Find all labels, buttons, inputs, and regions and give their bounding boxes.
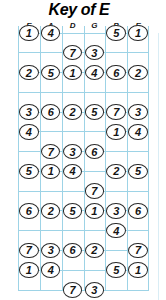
note-circle-degree-1: 1: [85, 203, 105, 219]
note-circle-degree-6: 6: [41, 104, 61, 120]
fret-cell-r8-c5: [127, 181, 149, 201]
note-circle-degree-2: 2: [106, 164, 126, 180]
fret-cell-r6-c2: 3: [62, 142, 84, 162]
fret-cell-r2-c2: 1: [62, 63, 84, 83]
note-circle-degree-5: 5: [41, 65, 61, 81]
note-circle-degree-3: 3: [63, 144, 83, 160]
fret-cell-r1-c2: 7: [62, 43, 84, 63]
fret-cell-r3-c2: [62, 82, 84, 102]
fret-cell-r4-c3: 5: [84, 102, 106, 122]
note-circle-degree-5: 5: [19, 164, 39, 180]
fret-cell-r9-c0: 6: [18, 201, 40, 221]
fret-cell-r11-c2: 6: [62, 241, 84, 261]
note-circle-degree-7: 7: [128, 243, 148, 259]
fret-cell-r7-c5: 5: [127, 161, 149, 181]
note-circle-degree-7: 7: [41, 144, 61, 160]
fret-cell-r11-c0: 7: [18, 241, 40, 261]
fret-cell-r9-c1: 2: [40, 201, 62, 221]
note-circle-degree-5: 5: [85, 104, 105, 120]
note-circle-degree-2: 2: [41, 203, 61, 219]
fret-cell-r12-c5: 1: [127, 260, 149, 280]
note-circle-degree-7: 7: [106, 104, 126, 120]
fret-cell-r10-c5: [127, 221, 149, 241]
fret-cell-r7-c4: 2: [105, 161, 127, 181]
fret-cell-r0-c5: 1: [127, 23, 149, 43]
fret-cell-r0-c3: [84, 23, 106, 43]
fret-cell-r12-c0: 1: [18, 260, 40, 280]
note-circle-degree-5: 5: [106, 25, 126, 41]
fret-cell-r0-c4: 5: [105, 23, 127, 43]
fret-cell-r2-c1: 5: [40, 63, 62, 83]
fret-cell-r13-c2: 7: [62, 280, 84, 300]
note-circle-degree-1: 1: [63, 65, 83, 81]
fret-cell-r10-c3: [84, 221, 106, 241]
fret-cell-r0-c1: 4: [40, 23, 62, 43]
note-circle-degree-3: 3: [106, 203, 126, 219]
note-circle-degree-1: 1: [128, 262, 148, 278]
fret-cell-r10-c0: [18, 221, 40, 241]
fret-cell-r1-c1: [40, 43, 62, 63]
fret-cell-r2-c4: 6: [105, 63, 127, 83]
fret-cell-r4-c0: 3: [18, 102, 40, 122]
fret-cell-r3-c4: [105, 82, 127, 102]
fret-cell-r11-c1: 3: [40, 241, 62, 261]
fret-cell-r11-c3: 2: [84, 241, 106, 261]
note-circle-degree-7: 7: [85, 183, 105, 199]
fret-cell-r11-c5: 7: [127, 241, 149, 261]
fret-cell-r11-c4: [105, 241, 127, 261]
note-circle-degree-1: 1: [41, 164, 61, 180]
note-circle-degree-4: 4: [85, 65, 105, 81]
fret-cell-r12-c3: [84, 260, 106, 280]
fret-cell-r9-c2: 5: [62, 201, 84, 221]
fret-cell-r5-c0: 4: [18, 122, 40, 142]
fret-cell-r7-c0: 5: [18, 161, 40, 181]
fret-cell-r6-c5: [127, 142, 149, 162]
fret-cell-r7-c2: 4: [62, 161, 84, 181]
fret-cell-r10-c4: 4: [105, 221, 127, 241]
fret-cell-r13-c0: [18, 280, 40, 300]
note-circle-degree-6: 6: [85, 144, 105, 160]
fret-cell-r13-c3: 3: [84, 280, 106, 300]
fret-cell-r12-c4: 5: [105, 260, 127, 280]
fret-cell-r3-c1: [40, 82, 62, 102]
fret-cell-r2-c3: 4: [84, 63, 106, 83]
note-circle-degree-6: 6: [106, 65, 126, 81]
note-circle-degree-2: 2: [85, 243, 105, 259]
fret-cell-r6-c1: 7: [40, 142, 62, 162]
fret-cell-r7-c1: 1: [40, 161, 62, 181]
fret-cell-r5-c3: [84, 122, 106, 142]
fret-cell-r13-c1: [40, 280, 62, 300]
note-circle-degree-4: 4: [106, 223, 126, 239]
fret-cell-r8-c1: [40, 181, 62, 201]
note-circle-degree-1: 1: [128, 25, 148, 41]
fret-cell-r1-c3: 3: [84, 43, 106, 63]
note-circle-degree-7: 7: [19, 243, 39, 259]
note-circle-degree-2: 2: [19, 65, 39, 81]
fret-cell-r5-c1: [40, 122, 62, 142]
note-circle-degree-5: 5: [128, 164, 148, 180]
note-circle-degree-1: 1: [19, 25, 39, 41]
fret-cell-r9-c5: 6: [127, 201, 149, 221]
note-circle-degree-7: 7: [63, 45, 83, 61]
fret-cell-r6-c4: [105, 142, 127, 162]
fretboard-diagram-page: Key of E EADGBE 145173251462362573414736…: [0, 0, 166, 300]
fret-cell-r9-c4: 3: [105, 201, 127, 221]
page-edge-line: [158, 33, 159, 300]
note-circle-degree-6: 6: [63, 243, 83, 259]
note-circle-degree-7: 7: [63, 282, 83, 298]
fret-cell-r8-c0: [18, 181, 40, 201]
note-circle-degree-3: 3: [85, 45, 105, 61]
fret-cell-r12-c1: 4: [40, 260, 62, 280]
note-circle-degree-4: 4: [41, 262, 61, 278]
note-circle-degree-1: 1: [19, 262, 39, 278]
note-circle-degree-3: 3: [85, 282, 105, 298]
note-circle-degree-6: 6: [128, 203, 148, 219]
note-circle-degree-5: 5: [63, 203, 83, 219]
fret-cell-r1-c4: [105, 43, 127, 63]
fret-cell-r2-c5: 2: [127, 63, 149, 83]
note-circle-degree-4: 4: [128, 124, 148, 140]
fret-cell-r1-c0: [18, 43, 40, 63]
fret-cell-r8-c4: [105, 181, 127, 201]
fret-cell-r10-c1: [40, 221, 62, 241]
page-title: Key of E: [0, 1, 158, 19]
fret-cell-r5-c2: [62, 122, 84, 142]
note-circle-degree-3: 3: [128, 104, 148, 120]
fret-cell-r7-c3: [84, 161, 106, 181]
fret-cell-r4-c4: 7: [105, 102, 127, 122]
fret-cell-r6-c0: [18, 142, 40, 162]
fret-cell-r4-c2: 2: [62, 102, 84, 122]
fret-cell-r3-c0: [18, 82, 40, 102]
note-circle-degree-4: 4: [19, 124, 39, 140]
fret-cell-r13-c4: [105, 280, 127, 300]
fret-cell-r3-c3: [84, 82, 106, 102]
fret-cell-r0-c0: 1: [18, 23, 40, 43]
fret-cell-r6-c3: 6: [84, 142, 106, 162]
fret-cell-r8-c2: [62, 181, 84, 201]
note-circle-degree-6: 6: [19, 203, 39, 219]
fret-cell-r0-c2: [62, 23, 84, 43]
fret-cell-r2-c0: 2: [18, 63, 40, 83]
fret-cell-r5-c4: 1: [105, 122, 127, 142]
fret-cell-r4-c1: 6: [40, 102, 62, 122]
fret-cell-r10-c2: [62, 221, 84, 241]
note-circle-degree-2: 2: [63, 104, 83, 120]
fret-cell-r4-c5: 3: [127, 102, 149, 122]
note-circle-degree-3: 3: [41, 243, 61, 259]
fret-cell-r12-c2: [62, 260, 84, 280]
fret-cell-r13-c5: [127, 280, 149, 300]
fret-cell-r8-c3: 7: [84, 181, 106, 201]
note-circle-degree-4: 4: [41, 25, 61, 41]
fret-cell-r5-c5: 4: [127, 122, 149, 142]
fret-cell-r1-c5: [127, 43, 149, 63]
note-circle-degree-1: 1: [106, 124, 126, 140]
note-circle-degree-2: 2: [128, 65, 148, 81]
note-layer: 1451732514623625734147365142576251364736…: [18, 23, 149, 300]
fret-cell-r9-c3: 1: [84, 201, 106, 221]
note-circle-degree-4: 4: [63, 164, 83, 180]
fret-cell-r3-c5: [127, 82, 149, 102]
note-circle-degree-5: 5: [106, 262, 126, 278]
note-circle-degree-3: 3: [19, 104, 39, 120]
